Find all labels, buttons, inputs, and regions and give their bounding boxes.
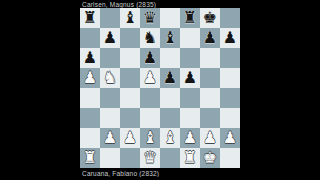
piece-white-pawn[interactable]: ♟ (200, 128, 220, 148)
square-a2[interactable] (80, 128, 100, 148)
square-e8[interactable] (160, 8, 180, 28)
piece-black-king[interactable]: ♚ (200, 8, 220, 28)
square-g4[interactable] (200, 88, 220, 108)
square-h4[interactable] (220, 88, 240, 108)
square-g6[interactable] (200, 48, 220, 68)
square-b3[interactable] (100, 108, 120, 128)
square-g1[interactable]: ♚ (200, 148, 220, 168)
square-f1[interactable]: ♜ (180, 148, 200, 168)
square-d5[interactable]: ♟ (140, 68, 160, 88)
square-h1[interactable] (220, 148, 240, 168)
square-a7[interactable] (80, 28, 100, 48)
square-h8[interactable] (220, 8, 240, 28)
square-g2[interactable]: ♟ (200, 128, 220, 148)
square-e4[interactable] (160, 88, 180, 108)
square-d7[interactable]: ♞ (140, 28, 160, 48)
piece-black-queen[interactable]: ♛ (140, 8, 160, 28)
piece-black-rook[interactable]: ♜ (80, 8, 100, 28)
piece-white-pawn[interactable]: ♟ (140, 68, 160, 88)
piece-white-bishop[interactable]: ♝ (140, 128, 160, 148)
square-f4[interactable] (180, 88, 200, 108)
square-f2[interactable]: ♟ (180, 128, 200, 148)
player-label-white: Caruana, Fabiano (2832) (82, 170, 240, 177)
square-c7[interactable] (120, 28, 140, 48)
piece-white-bishop[interactable]: ♝ (160, 128, 180, 148)
piece-black-knight[interactable]: ♞ (140, 28, 160, 48)
square-c4[interactable] (120, 88, 140, 108)
piece-white-knight[interactable]: ♞ (100, 68, 120, 88)
player-label-black: Carlsen, Magnus (2835) (82, 1, 240, 8)
square-b6[interactable] (100, 48, 120, 68)
square-g3[interactable] (200, 108, 220, 128)
square-d6[interactable]: ♟ (140, 48, 160, 68)
square-c5[interactable] (120, 68, 140, 88)
square-a6[interactable]: ♟ (80, 48, 100, 68)
chess-board: ♜♝♛♜♚♟♞♝♟♟♟♟♟♞♟♟♟♟♟♝♝♟♟♟♜♛♜♚ (80, 8, 240, 168)
square-d3[interactable] (140, 108, 160, 128)
square-e7[interactable]: ♝ (160, 28, 180, 48)
square-h5[interactable] (220, 68, 240, 88)
square-f8[interactable]: ♜ (180, 8, 200, 28)
square-a8[interactable]: ♜ (80, 8, 100, 28)
piece-white-pawn[interactable]: ♟ (100, 128, 120, 148)
square-e5[interactable]: ♟ (160, 68, 180, 88)
piece-black-pawn[interactable]: ♟ (220, 28, 240, 48)
square-f5[interactable]: ♟ (180, 68, 200, 88)
square-f6[interactable] (180, 48, 200, 68)
square-g7[interactable]: ♟ (200, 28, 220, 48)
piece-black-pawn[interactable]: ♟ (200, 28, 220, 48)
square-a4[interactable] (80, 88, 100, 108)
square-g5[interactable] (200, 68, 220, 88)
square-h2[interactable]: ♟ (220, 128, 240, 148)
piece-black-pawn[interactable]: ♟ (140, 48, 160, 68)
piece-black-pawn[interactable]: ♟ (100, 28, 120, 48)
square-d2[interactable]: ♝ (140, 128, 160, 148)
square-e1[interactable] (160, 148, 180, 168)
piece-white-pawn[interactable]: ♟ (120, 128, 140, 148)
square-d1[interactable]: ♛ (140, 148, 160, 168)
square-e3[interactable] (160, 108, 180, 128)
square-h7[interactable]: ♟ (220, 28, 240, 48)
square-c2[interactable]: ♟ (120, 128, 140, 148)
video-frame: Carlsen, Magnus (2835) ♜♝♛♜♚♟♞♝♟♟♟♟♟♞♟♟♟… (0, 0, 320, 180)
piece-white-pawn[interactable]: ♟ (80, 68, 100, 88)
piece-white-rook[interactable]: ♜ (180, 148, 200, 168)
square-c1[interactable] (120, 148, 140, 168)
square-h3[interactable] (220, 108, 240, 128)
square-e6[interactable] (160, 48, 180, 68)
piece-black-rook[interactable]: ♜ (180, 8, 200, 28)
square-h6[interactable] (220, 48, 240, 68)
piece-white-rook[interactable]: ♜ (80, 148, 100, 168)
piece-black-pawn[interactable]: ♟ (180, 68, 200, 88)
piece-black-pawn[interactable]: ♟ (160, 68, 180, 88)
square-c8[interactable]: ♝ (120, 8, 140, 28)
square-b2[interactable]: ♟ (100, 128, 120, 148)
square-g8[interactable]: ♚ (200, 8, 220, 28)
piece-white-queen[interactable]: ♛ (140, 148, 160, 168)
square-d4[interactable] (140, 88, 160, 108)
piece-white-pawn[interactable]: ♟ (180, 128, 200, 148)
square-c3[interactable] (120, 108, 140, 128)
piece-white-pawn[interactable]: ♟ (220, 128, 240, 148)
square-b5[interactable]: ♞ (100, 68, 120, 88)
square-f3[interactable] (180, 108, 200, 128)
square-d8[interactable]: ♛ (140, 8, 160, 28)
square-f7[interactable] (180, 28, 200, 48)
square-b1[interactable] (100, 148, 120, 168)
piece-black-bishop[interactable]: ♝ (120, 8, 140, 28)
square-a5[interactable]: ♟ (80, 68, 100, 88)
square-e2[interactable]: ♝ (160, 128, 180, 148)
square-a3[interactable] (80, 108, 100, 128)
piece-white-king[interactable]: ♚ (200, 148, 220, 168)
square-b7[interactable]: ♟ (100, 28, 120, 48)
piece-black-pawn[interactable]: ♟ (80, 48, 100, 68)
square-b4[interactable] (100, 88, 120, 108)
square-b8[interactable] (100, 8, 120, 28)
square-c6[interactable] (120, 48, 140, 68)
piece-black-bishop[interactable]: ♝ (160, 28, 180, 48)
square-a1[interactable]: ♜ (80, 148, 100, 168)
